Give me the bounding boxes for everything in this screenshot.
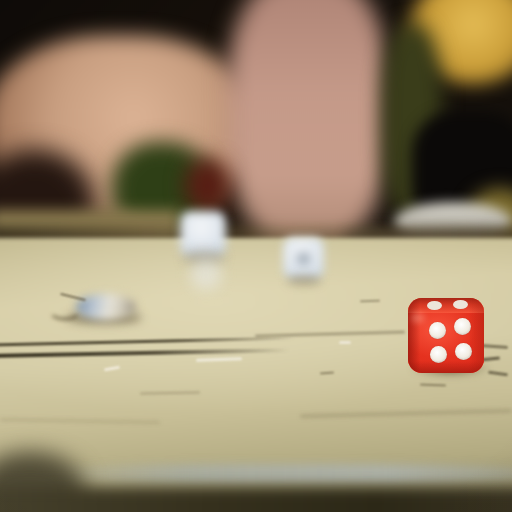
photo-vignette (0, 0, 512, 512)
photo-dice-on-table (0, 0, 512, 512)
